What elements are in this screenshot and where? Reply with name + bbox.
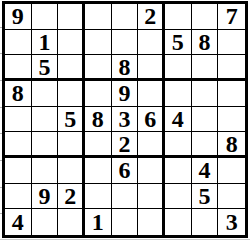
cell-r1c4[interactable] — [85, 4, 112, 30]
cell-r1c6[interactable]: 2 — [138, 4, 165, 30]
cell-r9c5[interactable] — [112, 209, 139, 235]
cell-r4c6[interactable] — [138, 81, 165, 107]
cell-r6c2[interactable] — [32, 132, 59, 158]
cell-r9c3[interactable] — [58, 209, 85, 235]
cell-r9c9[interactable]: 3 — [218, 209, 245, 235]
cell-r2c3[interactable] — [58, 30, 85, 56]
cell-r4c7[interactable] — [165, 81, 192, 107]
cell-r2c9[interactable] — [218, 30, 245, 56]
cell-r9c8[interactable] — [192, 209, 219, 235]
sudoku-board: 9271585889583642864925413 — [2, 1, 248, 238]
cell-r5c3[interactable]: 5 — [58, 107, 85, 133]
cell-r7c1[interactable] — [5, 158, 32, 184]
cell-r1c5[interactable] — [112, 4, 139, 30]
cell-r5c4[interactable]: 8 — [85, 107, 112, 133]
cell-r8c8[interactable]: 5 — [192, 184, 219, 210]
cell-r8c9[interactable] — [218, 184, 245, 210]
cell-r1c2[interactable] — [32, 4, 59, 30]
background-gridline-tick — [0, 80, 2, 81]
cell-r9c1[interactable]: 4 — [5, 209, 32, 235]
cell-r9c6[interactable] — [138, 209, 165, 235]
cell-r8c7[interactable] — [165, 184, 192, 210]
cell-r5c7[interactable]: 4 — [165, 107, 192, 133]
cell-r6c1[interactable] — [5, 132, 32, 158]
cell-r7c2[interactable] — [32, 158, 59, 184]
cell-r5c6[interactable]: 6 — [138, 107, 165, 133]
cell-r5c1[interactable] — [5, 107, 32, 133]
cell-r8c4[interactable] — [85, 184, 112, 210]
cell-r7c3[interactable] — [58, 158, 85, 184]
cell-r5c8[interactable] — [192, 107, 219, 133]
cell-r2c4[interactable] — [85, 30, 112, 56]
cell-r8c6[interactable] — [138, 184, 165, 210]
cell-r6c8[interactable] — [192, 132, 219, 158]
cell-r3c4[interactable] — [85, 55, 112, 81]
cell-r9c7[interactable] — [165, 209, 192, 235]
cell-r3c7[interactable] — [165, 55, 192, 81]
cell-r4c2[interactable] — [32, 81, 59, 107]
cell-r3c8[interactable] — [192, 55, 219, 81]
cell-r5c2[interactable] — [32, 107, 59, 133]
cell-r3c6[interactable] — [138, 55, 165, 81]
cell-r8c3[interactable]: 2 — [58, 184, 85, 210]
cell-r1c9[interactable]: 7 — [218, 4, 245, 30]
cell-r4c5[interactable]: 9 — [112, 81, 139, 107]
cell-r2c5[interactable] — [112, 30, 139, 56]
cell-r7c9[interactable] — [218, 158, 245, 184]
cell-r9c4[interactable]: 1 — [85, 209, 112, 235]
cell-r6c7[interactable] — [165, 132, 192, 158]
cell-r6c4[interactable] — [85, 132, 112, 158]
sudoku-screenshot: 9271585889583642864925413 — [0, 0, 250, 240]
cell-r6c3[interactable] — [58, 132, 85, 158]
cell-r2c2[interactable]: 1 — [32, 30, 59, 56]
cell-r1c3[interactable] — [58, 4, 85, 30]
background-gridline-tick — [0, 133, 2, 134]
cell-r7c4[interactable] — [85, 158, 112, 184]
cell-r3c2[interactable]: 5 — [32, 55, 59, 81]
background-gridline-tick — [0, 187, 2, 188]
cell-r8c1[interactable] — [5, 184, 32, 210]
background-gridline-tick — [0, 53, 2, 54]
cell-r6c5[interactable]: 2 — [112, 132, 139, 158]
cell-r7c7[interactable] — [165, 158, 192, 184]
cell-r2c7[interactable]: 5 — [165, 30, 192, 56]
cell-r9c2[interactable] — [32, 209, 59, 235]
cell-r3c5[interactable]: 8 — [112, 55, 139, 81]
cell-r1c8[interactable] — [192, 4, 219, 30]
cell-r7c5[interactable]: 6 — [112, 158, 139, 184]
cell-r8c5[interactable] — [112, 184, 139, 210]
cell-r4c8[interactable] — [192, 81, 219, 107]
cell-r3c9[interactable] — [218, 55, 245, 81]
cell-r4c4[interactable] — [85, 81, 112, 107]
cell-r2c8[interactable]: 8 — [192, 30, 219, 56]
cell-r4c1[interactable]: 8 — [5, 81, 32, 107]
cell-r3c3[interactable] — [58, 55, 85, 81]
cell-r5c9[interactable] — [218, 107, 245, 133]
cell-r7c8[interactable]: 4 — [192, 158, 219, 184]
background-gridline-tick — [0, 107, 2, 108]
background-gridline-tick — [0, 160, 2, 161]
cell-r6c6[interactable] — [138, 132, 165, 158]
cell-r7c6[interactable] — [138, 158, 165, 184]
cell-r6c9[interactable]: 8 — [218, 132, 245, 158]
cell-r4c3[interactable] — [58, 81, 85, 107]
cell-r1c1[interactable]: 9 — [5, 4, 32, 30]
cell-r5c5[interactable]: 3 — [112, 107, 139, 133]
cell-r4c9[interactable] — [218, 81, 245, 107]
cell-r3c1[interactable] — [5, 55, 32, 81]
cell-r2c1[interactable] — [5, 30, 32, 56]
background-gridline-tick — [0, 27, 2, 28]
background-gridline-tick — [0, 213, 2, 214]
cell-r8c2[interactable]: 9 — [32, 184, 59, 210]
cell-r1c7[interactable] — [165, 4, 192, 30]
cell-r2c6[interactable] — [138, 30, 165, 56]
